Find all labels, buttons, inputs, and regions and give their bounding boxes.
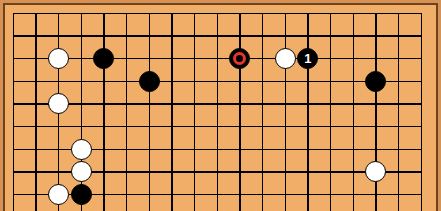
stone-white-c17-r8 xyxy=(365,161,386,182)
grid-hline xyxy=(13,35,422,36)
grid-hline xyxy=(13,81,422,82)
grid-vline xyxy=(126,13,127,211)
stone-white-c13-r3 xyxy=(275,48,296,69)
stone-white-c4-r7 xyxy=(71,139,92,160)
grid-vline xyxy=(353,13,354,211)
grid-hline xyxy=(13,103,422,104)
board-grid: 1 xyxy=(0,0,441,211)
stone-black-c17-r4 xyxy=(365,71,386,92)
go-diagram: 1 xyxy=(0,0,441,211)
grid-hline xyxy=(13,13,422,14)
grid-hline xyxy=(13,58,422,59)
grid-vline xyxy=(421,13,422,211)
stone-black-c7-r4 xyxy=(139,71,160,92)
stone-white-c4-r8 xyxy=(71,161,92,182)
stone-black-move-1: 1 xyxy=(297,48,318,69)
grid-vline xyxy=(239,13,240,211)
grid-vline xyxy=(149,13,150,211)
stone-black-circle-marked xyxy=(229,48,250,69)
grid-vline xyxy=(171,13,172,211)
grid-vline xyxy=(398,13,399,211)
grid-vline xyxy=(307,13,308,211)
stone-black-c5-r3 xyxy=(93,48,114,69)
grid-vline xyxy=(103,13,104,211)
red-circle-marker-icon xyxy=(233,52,246,65)
grid-vline xyxy=(285,13,286,211)
stone-white-c3-r5 xyxy=(48,93,69,114)
stone-white-c3-r3 xyxy=(48,48,69,69)
stone-black-c4-r9 xyxy=(71,184,92,205)
grid-vline xyxy=(262,13,263,211)
stone-white-c3-r9 xyxy=(48,184,69,205)
grid-vline xyxy=(217,13,218,211)
grid-vline xyxy=(35,13,36,211)
grid-vline xyxy=(194,13,195,211)
grid-vline xyxy=(13,13,14,211)
grid-hline xyxy=(13,126,422,127)
grid-vline xyxy=(330,13,331,211)
move-number-label: 1 xyxy=(298,49,317,68)
